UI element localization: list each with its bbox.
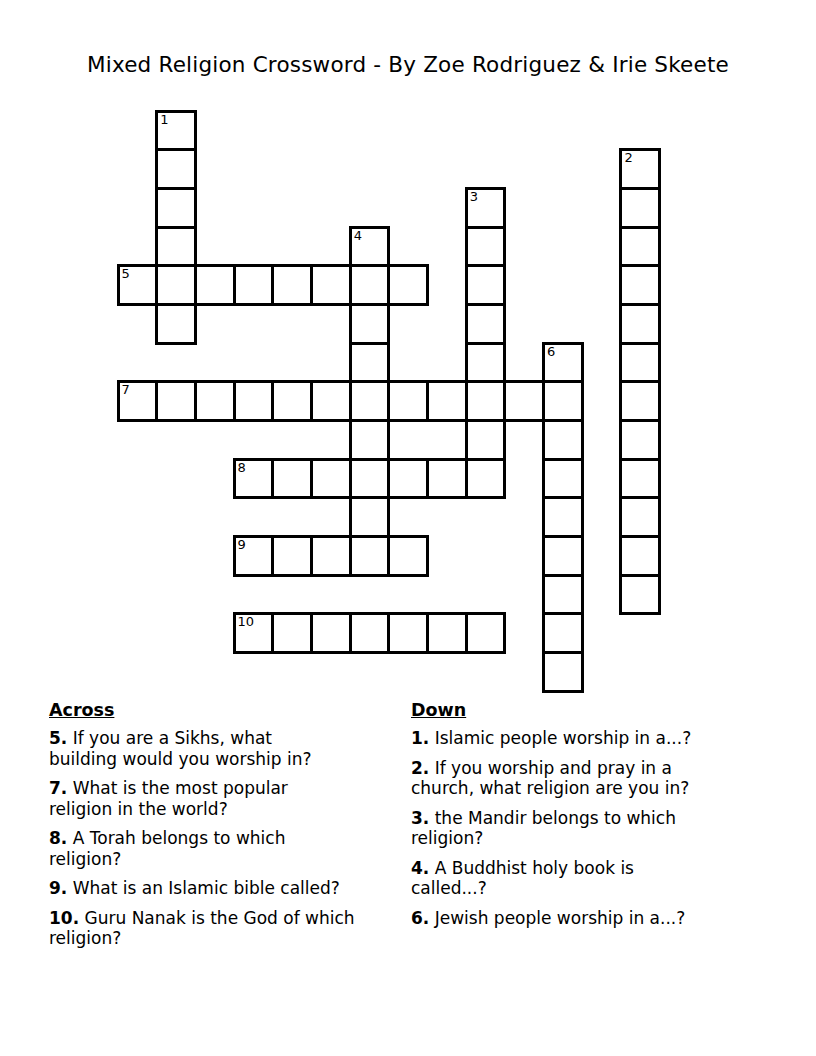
down-clue-number-1: 1. (411, 728, 429, 748)
across-clue-9: 9. What is an Islamic bible called? (49, 878, 411, 899)
crossword-grid: 12345678910 (118, 111, 660, 691)
grid-cell-r3c6[interactable]: 4 (349, 226, 391, 268)
grid-cell-r7c8[interactable] (426, 380, 468, 422)
grid-cell-r6c13[interactable] (619, 342, 661, 384)
down-clue-3: 3. the Mandir belongs to which religion? (411, 808, 771, 849)
grid-cell-r9c6[interactable] (349, 458, 391, 500)
grid-cell-r4c4[interactable] (271, 264, 313, 306)
grid-cell-r7c11[interactable] (542, 380, 584, 422)
cell-number-8: 8 (238, 461, 246, 475)
grid-cell-r14c11[interactable] (542, 651, 584, 693)
across-clue-8: 8. A Torah belongs to which religion? (49, 828, 411, 869)
grid-cell-r8c6[interactable] (349, 419, 391, 461)
grid-cell-r9c13[interactable] (619, 458, 661, 500)
grid-cell-r11c6[interactable] (349, 535, 391, 577)
down-clue-number-2: 2. (411, 758, 429, 778)
across-clue-number-9: 9. (49, 878, 67, 898)
worksheet-page: Mixed Religion Crossword - By Zoe Rodrig… (0, 0, 816, 1056)
grid-cell-r4c7[interactable] (387, 264, 429, 306)
grid-cell-r4c1[interactable] (155, 264, 197, 306)
grid-cell-r12c11[interactable] (542, 574, 584, 616)
puzzle-title: Mixed Religion Crossword - By Zoe Rodrig… (0, 52, 816, 77)
down-clue-6: 6. Jewish people worship in a...? (411, 908, 771, 929)
cell-number-7: 7 (122, 383, 130, 397)
grid-cell-r7c7[interactable] (387, 380, 429, 422)
grid-cell-r9c7[interactable] (387, 458, 429, 500)
grid-cell-r10c6[interactable] (349, 496, 391, 538)
grid-cell-r4c6[interactable] (349, 264, 391, 306)
grid-cell-r4c0[interactable]: 5 (117, 264, 159, 306)
grid-cell-r1c13[interactable]: 2 (619, 148, 661, 190)
across-clue-7: 7. What is the most popular religion in … (49, 778, 411, 819)
grid-cell-r7c6[interactable] (349, 380, 391, 422)
down-clue-number-4: 4. (411, 858, 429, 878)
down-clue-number-6: 6. (411, 908, 429, 928)
grid-cell-r8c13[interactable] (619, 419, 661, 461)
down-clue-number-3: 3. (411, 808, 429, 828)
grid-cell-r11c3[interactable]: 9 (233, 535, 275, 577)
grid-cell-r7c13[interactable] (619, 380, 661, 422)
grid-cell-r4c9[interactable] (465, 264, 507, 306)
grid-cell-r13c9[interactable] (465, 612, 507, 654)
grid-cell-r7c4[interactable] (271, 380, 313, 422)
grid-cell-r4c5[interactable] (310, 264, 352, 306)
grid-cell-r11c5[interactable] (310, 535, 352, 577)
grid-cell-r9c8[interactable] (426, 458, 468, 500)
grid-cell-r0c1[interactable]: 1 (155, 110, 197, 152)
grid-cell-r5c9[interactable] (465, 303, 507, 345)
grid-cell-r4c13[interactable] (619, 264, 661, 306)
grid-cell-r7c3[interactable] (233, 380, 275, 422)
down-heading: Down (411, 700, 771, 721)
grid-cell-r13c8[interactable] (426, 612, 468, 654)
grid-cell-r13c5[interactable] (310, 612, 352, 654)
grid-cell-r2c9[interactable]: 3 (465, 187, 507, 229)
grid-cell-r13c7[interactable] (387, 612, 429, 654)
grid-cell-r3c1[interactable] (155, 226, 197, 268)
grid-cell-r7c1[interactable] (155, 380, 197, 422)
grid-cell-r7c2[interactable] (194, 380, 236, 422)
grid-cell-r3c9[interactable] (465, 226, 507, 268)
grid-cell-r13c4[interactable] (271, 612, 313, 654)
grid-cell-r2c13[interactable] (619, 187, 661, 229)
cell-number-1: 1 (160, 113, 168, 127)
cell-number-4: 4 (354, 229, 362, 243)
grid-cell-r7c9[interactable] (465, 380, 507, 422)
grid-cell-r3c13[interactable] (619, 226, 661, 268)
grid-cell-r11c11[interactable] (542, 535, 584, 577)
grid-cell-r7c0[interactable]: 7 (117, 380, 159, 422)
grid-cell-r9c5[interactable] (310, 458, 352, 500)
across-clue-5: 5. If you are a Sikhs, what building wou… (49, 728, 411, 769)
grid-cell-r9c11[interactable] (542, 458, 584, 500)
grid-cell-r13c6[interactable] (349, 612, 391, 654)
across-heading: Across (49, 700, 411, 721)
across-clue-number-7: 7. (49, 778, 67, 798)
grid-cell-r4c2[interactable] (194, 264, 236, 306)
across-clue-10: 10. Guru Nanak is the God of which relig… (49, 908, 411, 949)
cell-number-2: 2 (624, 151, 632, 165)
grid-cell-r2c1[interactable] (155, 187, 197, 229)
clues-section: Across 5. If you are a Sikhs, what build… (49, 700, 779, 958)
grid-cell-r4c3[interactable] (233, 264, 275, 306)
grid-cell-r8c11[interactable] (542, 419, 584, 461)
cell-number-6: 6 (547, 345, 555, 359)
down-clue-4: 4. A Buddhist holy book is called...? (411, 858, 771, 899)
grid-cell-r7c10[interactable] (503, 380, 545, 422)
grid-cell-r7c5[interactable] (310, 380, 352, 422)
grid-cell-r9c9[interactable] (465, 458, 507, 500)
across-clues-column: Across 5. If you are a Sikhs, what build… (49, 700, 411, 958)
across-clue-number-8: 8. (49, 828, 67, 848)
grid-cell-r1c1[interactable] (155, 148, 197, 190)
down-clues-column: Down 1. Islamic people worship in a...?2… (411, 700, 771, 958)
grid-cell-r9c4[interactable] (271, 458, 313, 500)
down-clue-1: 1. Islamic people worship in a...? (411, 728, 771, 749)
grid-cell-r13c3[interactable]: 10 (233, 612, 275, 654)
grid-cell-r12c13[interactable] (619, 574, 661, 616)
across-clue-number-5: 5. (49, 728, 67, 748)
grid-cell-r11c4[interactable] (271, 535, 313, 577)
grid-cell-r5c13[interactable] (619, 303, 661, 345)
across-clue-number-10: 10. (49, 908, 79, 928)
grid-cell-r5c1[interactable] (155, 303, 197, 345)
down-clues-list: 1. Islamic people worship in a...?2. If … (411, 728, 771, 928)
grid-cell-r8c9[interactable] (465, 419, 507, 461)
grid-cell-r6c6[interactable] (349, 342, 391, 384)
cell-number-10: 10 (238, 615, 255, 629)
grid-cell-r13c11[interactable] (542, 612, 584, 654)
grid-cell-r5c6[interactable] (349, 303, 391, 345)
across-clues-list: 5. If you are a Sikhs, what building wou… (49, 728, 411, 949)
grid-cell-r6c9[interactable] (465, 342, 507, 384)
cell-number-3: 3 (470, 190, 478, 204)
grid-cell-r10c11[interactable] (542, 496, 584, 538)
cell-number-5: 5 (122, 267, 130, 281)
grid-cell-r10c13[interactable] (619, 496, 661, 538)
cell-number-9: 9 (238, 538, 246, 552)
grid-cell-r11c7[interactable] (387, 535, 429, 577)
grid-cell-r11c13[interactable] (619, 535, 661, 577)
grid-cell-r9c3[interactable]: 8 (233, 458, 275, 500)
grid-cell-r6c11[interactable]: 6 (542, 342, 584, 384)
down-clue-2: 2. If you worship and pray in a church, … (411, 758, 771, 799)
